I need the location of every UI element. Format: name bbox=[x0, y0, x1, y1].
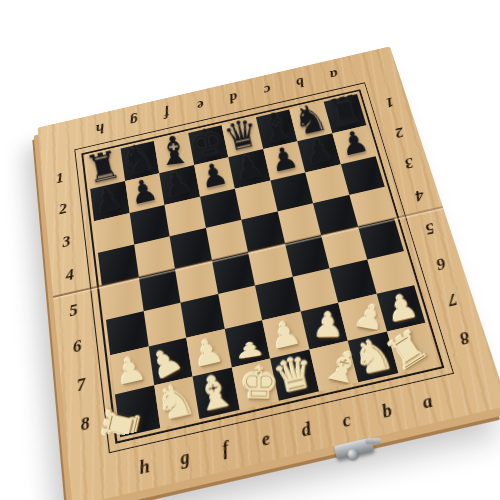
clasp-knob-icon bbox=[347, 448, 359, 461]
coordinate-label: 8 bbox=[439, 313, 491, 361]
coordinate-label: 6 bbox=[416, 241, 465, 285]
coordinate-label: b bbox=[362, 386, 413, 437]
white-pawn-piece[interactable]: ♟ bbox=[307, 305, 347, 346]
coordinate-label: 2 bbox=[44, 190, 83, 230]
coordinate-label: 1 bbox=[368, 84, 412, 121]
coordinate-label: g bbox=[162, 432, 209, 484]
white-bishop-piece[interactable]: ♝ bbox=[317, 344, 368, 391]
coordinate-label: 4 bbox=[396, 174, 443, 215]
square-b4[interactable] bbox=[313, 195, 358, 235]
square-e6[interactable] bbox=[218, 285, 262, 329]
product-photo-scene: 12345678 12345678 hgfedcba hgfedcba ♜♞♝♚… bbox=[0, 0, 500, 500]
square-a8[interactable]: ♜ bbox=[387, 323, 438, 373]
coordinate-label: c bbox=[322, 395, 373, 446]
coordinate-label: 3 bbox=[386, 143, 432, 183]
clasp-hook-icon bbox=[365, 438, 381, 444]
square-h3[interactable] bbox=[94, 213, 134, 253]
coordinate-label: 6 bbox=[56, 324, 98, 370]
board-grid: ♜♞♝♚♛♝♞♜♟♟♟♟♟♟♟♟♟♟♟♟♟♟♟♟♜♞♝♚♛♝♞♜ bbox=[86, 94, 437, 437]
square-d5[interactable] bbox=[248, 244, 292, 286]
square-b2[interactable]: ♟ bbox=[297, 133, 340, 172]
coordinate-label: 4 bbox=[50, 254, 90, 297]
coordinate-label: f bbox=[148, 95, 186, 132]
coordinate-label: f bbox=[202, 423, 250, 475]
square-g4[interactable] bbox=[134, 236, 175, 277]
square-c8[interactable]: ♝ bbox=[309, 341, 358, 392]
square-g5[interactable] bbox=[138, 269, 180, 311]
coordinate-label: 3 bbox=[47, 221, 86, 262]
square-e4[interactable] bbox=[205, 220, 248, 261]
coordinate-label: 7 bbox=[427, 276, 478, 322]
coordinate-label: 7 bbox=[60, 361, 103, 409]
coordinate-label: 5 bbox=[406, 207, 454, 250]
chess-board: 12345678 12345678 hgfedcba hgfedcba ♜♞♝♚… bbox=[37, 46, 500, 500]
square-d8[interactable]: ♛ bbox=[270, 350, 318, 401]
coordinate-label: 1 bbox=[41, 159, 79, 198]
coordinate-label: h bbox=[122, 441, 168, 493]
coordinate-label: 2 bbox=[377, 113, 422, 151]
coordinate-label: e bbox=[242, 414, 291, 466]
square-d4[interactable] bbox=[241, 211, 284, 252]
coordinate-label: d bbox=[282, 404, 332, 456]
white-rook-piece[interactable]: ♜ bbox=[96, 400, 147, 449]
coordinate-label: a bbox=[402, 377, 454, 428]
square-f8[interactable]: ♝ bbox=[193, 368, 240, 419]
metal-clasp-icon bbox=[334, 437, 375, 459]
